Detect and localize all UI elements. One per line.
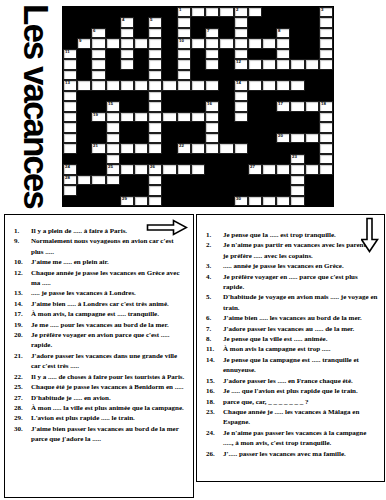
cell-r5c10[interactable] <box>205 59 219 69</box>
black-cell <box>191 175 205 185</box>
clue-text: Je n'aime pas partir en vacances avec le… <box>223 240 384 261</box>
black-cell <box>248 49 262 59</box>
cell-r15c0[interactable]: 24 <box>63 164 77 174</box>
clue-number-label: 21. <box>5 351 31 361</box>
clue-number-label: 3. <box>197 261 223 271</box>
clue-number-label: 23. <box>197 407 223 417</box>
cell-r9c3[interactable]: 15 <box>106 101 120 111</box>
cell-r15c16[interactable] <box>290 164 304 174</box>
right-arrow-icon <box>146 219 188 236</box>
black-cell <box>77 28 91 38</box>
cell-r6c0[interactable] <box>63 70 77 80</box>
cell-r13c2[interactable]: 21 <box>91 143 105 153</box>
clue-number-label: 14. <box>5 299 31 309</box>
down-clue-item: 24.Je n'aime pas passer les vacances à l… <box>197 428 384 449</box>
cell-r10c7[interactable] <box>162 112 176 122</box>
cell-r3c5[interactable] <box>134 38 148 48</box>
cell-r15c8[interactable] <box>177 164 191 174</box>
cell-r18c12[interactable]: 30 <box>234 196 248 206</box>
cell-r0c11[interactable] <box>219 7 233 17</box>
cell-r12c18[interactable] <box>319 133 333 143</box>
clue-number: 9 <box>79 39 81 43</box>
cell-r12c17[interactable] <box>305 133 319 143</box>
clue-number: 22 <box>179 144 184 148</box>
cell-r6c8[interactable] <box>177 70 191 80</box>
black-cell <box>219 196 233 206</box>
cell-r7c2[interactable] <box>91 80 105 90</box>
cell-r15c7[interactable] <box>162 164 176 174</box>
black-cell <box>305 196 319 206</box>
cell-r2c15[interactable]: 8 <box>276 28 290 38</box>
cell-r0c8[interactable]: 1 <box>177 7 191 17</box>
cell-r10c6[interactable] <box>148 112 162 122</box>
down-clues-panel: 1.Je pense que la ..... est trop tranqui… <box>196 214 385 482</box>
cell-r14c18[interactable] <box>319 154 333 164</box>
cell-r4c4[interactable] <box>120 49 134 59</box>
black-cell <box>77 70 91 80</box>
cell-r5c2[interactable] <box>91 59 105 69</box>
black-cell <box>120 70 134 80</box>
cell-r18c4[interactable]: 29 <box>120 196 134 206</box>
black-cell <box>162 70 176 80</box>
clue-number-label: 10. <box>5 257 31 267</box>
cell-r10c18[interactable] <box>319 112 333 122</box>
black-cell <box>234 154 248 164</box>
cell-r5c8[interactable] <box>177 59 191 69</box>
cell-r13c11[interactable] <box>219 143 233 153</box>
black-cell <box>63 38 77 48</box>
black-cell <box>290 112 304 122</box>
cell-r3c11[interactable] <box>219 38 233 48</box>
cell-r7c4[interactable] <box>120 80 134 90</box>
black-cell <box>205 91 219 101</box>
cell-r12c6[interactable] <box>148 133 162 143</box>
cell-r4c8[interactable] <box>177 49 191 59</box>
clue-text: Chaque année je ..... les vacances à Mál… <box>223 407 384 428</box>
black-cell <box>305 80 319 90</box>
clue-number: 24 <box>65 165 70 169</box>
across-clue-item: 17.À mon avis, la campagne est ..... tra… <box>5 309 193 319</box>
cell-r4c15[interactable] <box>276 49 290 59</box>
clue-text: À mon avis la campagne est trop ..... <box>223 344 384 354</box>
cell-r9c16[interactable] <box>290 101 304 111</box>
across-clue-item: 13...... je passe les vacances à Londres… <box>5 288 193 298</box>
cell-r17c6[interactable] <box>148 185 162 195</box>
black-cell <box>219 112 233 122</box>
cell-r15c9[interactable] <box>191 164 205 174</box>
cell-r18c5[interactable] <box>134 196 148 206</box>
cell-r3c2[interactable] <box>91 38 105 48</box>
clue-number-label: 15. <box>197 376 223 386</box>
black-cell <box>120 7 134 17</box>
cell-r13c10[interactable] <box>205 143 219 153</box>
cell-r10c10[interactable] <box>205 112 219 122</box>
cell-r9c17[interactable] <box>305 101 319 111</box>
black-cell <box>319 91 333 101</box>
down-clue-item: 6.J'aime bien ..... les vacances au bord… <box>197 313 384 323</box>
black-cell <box>205 196 219 206</box>
cell-r12c10[interactable] <box>205 133 219 143</box>
down-clue-item: 15.J'adore passer les ..... en France ch… <box>197 376 384 386</box>
black-cell <box>205 175 219 185</box>
cell-r5c12[interactable]: 12 <box>234 59 248 69</box>
black-cell <box>120 154 134 164</box>
cell-r9c12[interactable] <box>234 101 248 111</box>
cell-r3c4[interactable] <box>120 38 134 48</box>
cell-r15c15[interactable] <box>276 164 290 174</box>
cell-r3c1[interactable]: 9 <box>77 38 91 48</box>
cell-r9c18[interactable]: 18 <box>319 101 333 111</box>
down-clue-item: 3...... année je passe les vacances en G… <box>197 261 384 271</box>
cell-r16c16[interactable] <box>290 175 304 185</box>
clue-number-label: 5. <box>197 292 223 302</box>
black-cell <box>305 28 319 38</box>
clue-number: 1 <box>179 8 181 12</box>
black-cell <box>120 101 134 111</box>
cell-r13c5[interactable] <box>134 143 148 153</box>
cell-r16c3[interactable] <box>106 175 120 185</box>
clue-number: 28 <box>65 176 70 180</box>
black-cell <box>134 91 148 101</box>
black-cell <box>120 91 134 101</box>
across-clue-item: 9.Normalement nous voyageons en avion ca… <box>5 236 193 257</box>
clue-number: 29 <box>122 197 127 201</box>
cell-r0c10[interactable] <box>205 7 219 17</box>
black-cell <box>134 122 148 132</box>
black-cell <box>305 38 319 48</box>
black-cell <box>77 7 91 17</box>
cell-r11c10[interactable] <box>205 122 219 132</box>
black-cell <box>262 112 276 122</box>
cell-r7c3[interactable] <box>106 80 120 90</box>
black-cell <box>106 7 120 17</box>
clue-text: J'aime bien passer les vacances au bord … <box>31 424 193 445</box>
cell-r17c16[interactable] <box>290 185 304 195</box>
black-cell <box>234 70 248 80</box>
black-cell <box>77 101 91 111</box>
cell-r18c16[interactable] <box>290 196 304 206</box>
clue-text: Je pense que la ville est ..... animée. <box>223 334 384 344</box>
cell-r7c6[interactable] <box>148 80 162 90</box>
cell-r7c10[interactable] <box>205 80 219 90</box>
down-clue-item: 7.J'adore passer les vacances au ..... d… <box>197 324 384 334</box>
black-cell <box>219 59 233 69</box>
cell-r7c9[interactable] <box>191 80 205 90</box>
black-cell <box>262 91 276 101</box>
black-cell <box>234 164 248 174</box>
cell-r10c4[interactable] <box>120 112 134 122</box>
black-cell <box>290 122 304 132</box>
cell-r9c0[interactable] <box>63 101 77 111</box>
cell-r13c8[interactable]: 22 <box>177 143 191 153</box>
cell-r12c16[interactable] <box>290 133 304 143</box>
cell-r2c6[interactable] <box>148 28 162 38</box>
cell-r15c18[interactable] <box>319 164 333 174</box>
black-cell <box>234 122 248 132</box>
clue-number: 2 <box>236 8 238 12</box>
cell-r10c12[interactable] <box>234 112 248 122</box>
black-cell <box>77 154 91 164</box>
cell-r8c0[interactable] <box>63 91 77 101</box>
cell-r7c1[interactable] <box>77 80 91 90</box>
cell-r1c8[interactable] <box>177 17 191 27</box>
cell-r7c13[interactable] <box>248 80 262 90</box>
clue-number-label: 20. <box>5 330 31 340</box>
cell-r16c2[interactable] <box>91 175 105 185</box>
black-cell <box>219 70 233 80</box>
cell-r3c6[interactable] <box>148 38 162 48</box>
black-cell <box>305 154 319 164</box>
black-cell <box>177 122 191 132</box>
black-cell <box>177 91 191 101</box>
black-cell <box>91 133 105 143</box>
black-cell <box>162 101 176 111</box>
cell-r14c3[interactable] <box>106 154 120 164</box>
cell-r2c12[interactable] <box>234 28 248 38</box>
cell-r2c10[interactable]: 7 <box>205 28 219 38</box>
black-cell <box>205 17 219 27</box>
black-cell <box>262 28 276 38</box>
black-cell <box>290 38 304 48</box>
cell-r11c3[interactable] <box>106 122 120 132</box>
cell-r2c8[interactable] <box>177 28 191 38</box>
across-clue-item: 30.J'aime bien passer les vacances au bo… <box>5 424 193 445</box>
cell-r1c18[interactable] <box>319 17 333 27</box>
cell-r2c2[interactable]: 6 <box>91 28 105 38</box>
black-cell <box>91 7 105 17</box>
black-cell <box>106 17 120 27</box>
across-clue-item: 21.J'adore passer les vacances dans une … <box>5 351 193 372</box>
cell-r7c8[interactable] <box>177 80 191 90</box>
cell-r2c4[interactable] <box>120 28 134 38</box>
cell-r0c13[interactable] <box>248 7 262 17</box>
cell-r4c2[interactable] <box>91 49 105 59</box>
cell-r0c12[interactable]: 2 <box>234 7 248 17</box>
across-clues-panel: 1.Il y a plein de ..... à faire à Paris.… <box>4 214 194 498</box>
black-cell <box>262 7 276 17</box>
cell-r6c2[interactable] <box>91 70 105 80</box>
cell-r7c15[interactable] <box>276 80 290 90</box>
black-cell <box>262 70 276 80</box>
cell-r15c17[interactable] <box>305 164 319 174</box>
clue-number: 12 <box>236 60 241 64</box>
clue-number: 13 <box>65 81 70 85</box>
cell-r3c9[interactable] <box>191 38 205 48</box>
down-clue-item: 16.Je ..... que l'avion est plus rapide … <box>197 386 384 396</box>
cell-r10c5[interactable] <box>134 112 148 122</box>
clue-number: 26 <box>150 165 155 169</box>
black-cell <box>134 59 148 69</box>
cell-r4c10[interactable] <box>205 49 219 59</box>
cell-r10c8[interactable] <box>177 112 191 122</box>
cell-r8c6[interactable] <box>148 91 162 101</box>
clue-number-label: 26. <box>197 449 223 459</box>
black-cell <box>134 185 148 195</box>
cell-r9c6[interactable] <box>148 101 162 111</box>
cell-r13c6[interactable] <box>148 143 162 153</box>
cell-r5c6[interactable] <box>148 59 162 69</box>
black-cell <box>134 28 148 38</box>
clue-text: Je pense que la ..... est trop tranquill… <box>223 230 384 240</box>
black-cell <box>319 185 333 195</box>
clue-number-label: 1. <box>197 230 223 240</box>
cell-r7c12[interactable]: 14 <box>234 80 248 90</box>
black-cell <box>248 133 262 143</box>
down-clue-item: 26.J'..... passer les vacances avec ma f… <box>197 449 384 459</box>
black-cell <box>234 133 248 143</box>
black-cell <box>134 17 148 27</box>
cell-r3c8[interactable]: 10 <box>177 38 191 48</box>
cell-r15c4[interactable] <box>120 164 134 174</box>
cell-r12c15[interactable]: 20 <box>276 133 290 143</box>
cell-r7c7[interactable] <box>162 80 176 90</box>
cell-r13c3[interactable] <box>106 143 120 153</box>
black-cell <box>219 80 233 90</box>
cell-r4c12[interactable] <box>234 49 248 59</box>
cell-r13c9[interactable] <box>191 143 205 153</box>
cell-r1c12[interactable] <box>234 17 248 27</box>
cell-r5c15[interactable] <box>276 59 290 69</box>
cell-r5c0[interactable] <box>63 59 77 69</box>
black-cell <box>177 185 191 195</box>
black-cell <box>106 70 120 80</box>
cell-r3c18[interactable] <box>319 38 333 48</box>
cell-r10c0[interactable] <box>63 112 77 122</box>
black-cell <box>205 70 219 80</box>
black-cell <box>63 7 77 17</box>
clue-number-label: 25. <box>5 382 31 392</box>
cell-r13c18[interactable] <box>319 143 333 153</box>
black-cell <box>120 175 134 185</box>
cell-r5c13[interactable] <box>248 59 262 69</box>
clue-number-label: 14. <box>197 355 223 365</box>
clue-number: 18 <box>321 102 326 106</box>
cell-r9c15[interactable]: 17 <box>276 101 290 111</box>
cell-r7c14[interactable] <box>262 80 276 90</box>
black-cell <box>319 80 333 90</box>
black-cell <box>63 17 77 27</box>
cell-r5c17[interactable] <box>305 59 319 69</box>
cell-r5c16[interactable] <box>290 59 304 69</box>
black-cell <box>290 17 304 27</box>
cell-r3c3[interactable] <box>106 38 120 48</box>
clue-number-label: 18. <box>197 397 223 407</box>
black-cell <box>77 196 91 206</box>
black-cell <box>77 59 91 69</box>
cell-r3c15[interactable] <box>276 38 290 48</box>
cell-r13c4[interactable] <box>120 143 134 153</box>
cell-r2c18[interactable] <box>319 28 333 38</box>
black-cell <box>162 154 176 164</box>
black-cell <box>276 17 290 27</box>
cell-r3c10[interactable] <box>205 38 219 48</box>
black-cell <box>77 112 91 122</box>
cell-r0c18[interactable]: 3 <box>319 7 333 17</box>
cell-r12c0[interactable] <box>63 133 77 143</box>
clue-number-label: 9. <box>5 236 31 246</box>
cell-r15c13[interactable]: 27 <box>248 164 262 174</box>
cell-r4c18[interactable] <box>319 49 333 59</box>
cell-r10c3[interactable] <box>106 112 120 122</box>
black-cell <box>205 154 219 164</box>
cell-r5c4[interactable] <box>120 59 134 69</box>
cell-r13c12[interactable] <box>234 143 248 153</box>
cell-r9c10[interactable]: 16 <box>205 101 219 111</box>
cell-r1c4[interactable]: 4 <box>120 17 134 27</box>
clue-number: 23 <box>292 155 297 159</box>
cell-r7c5[interactable] <box>134 80 148 90</box>
cell-r15c6[interactable]: 26 <box>148 164 162 174</box>
black-cell <box>162 133 176 143</box>
cell-r12c3[interactable] <box>106 133 120 143</box>
cell-r18c13[interactable] <box>248 196 262 206</box>
clue-number-label: 6. <box>197 313 223 323</box>
clue-text: J'adore passer les vacances au ..... de … <box>223 324 384 334</box>
cell-r16c0[interactable]: 28 <box>63 175 77 185</box>
cell-r16c6[interactable] <box>148 175 162 185</box>
black-cell <box>91 91 105 101</box>
clue-number: 6 <box>93 29 95 33</box>
cell-r8c12[interactable] <box>234 91 248 101</box>
clue-number-label: 1. <box>5 226 31 236</box>
cell-r4c0[interactable]: 11 <box>63 49 77 59</box>
cell-r10c2[interactable]: 19 <box>91 112 105 122</box>
clue-number: 3 <box>321 8 323 12</box>
cell-r7c16[interactable] <box>290 80 304 90</box>
cell-r0c9[interactable] <box>191 7 205 17</box>
black-cell <box>77 91 91 101</box>
black-cell <box>134 175 148 185</box>
cell-r3c13[interactable] <box>248 38 262 48</box>
cell-r10c9[interactable] <box>191 112 205 122</box>
cell-r18c15[interactable] <box>276 196 290 206</box>
cell-r3c14[interactable] <box>262 38 276 48</box>
black-cell <box>134 70 148 80</box>
black-cell <box>219 185 233 195</box>
cell-r15c14[interactable] <box>262 164 276 174</box>
clue-text: parce que, car, _ _ _ _ _ _ _ ? <box>223 397 384 407</box>
black-cell <box>162 7 176 17</box>
cell-r18c6[interactable] <box>148 196 162 206</box>
clue-number: 21 <box>93 144 98 148</box>
black-cell <box>191 154 205 164</box>
cell-r15c3[interactable]: 25 <box>106 164 120 174</box>
cell-r5c14[interactable] <box>262 59 276 69</box>
cell-r18c14[interactable] <box>262 196 276 206</box>
cell-r15c5[interactable] <box>134 164 148 174</box>
black-cell <box>248 28 262 38</box>
cell-r4c6[interactable] <box>148 49 162 59</box>
cell-r7c0[interactable]: 13 <box>63 80 77 90</box>
cell-r5c18[interactable] <box>319 59 333 69</box>
cell-r13c0[interactable] <box>63 143 77 153</box>
cell-r17c0[interactable] <box>63 185 77 195</box>
black-cell <box>305 49 319 59</box>
cell-r11c0[interactable] <box>63 122 77 132</box>
clue-number-label: 11. <box>197 344 223 354</box>
black-cell <box>248 101 262 111</box>
black-cell <box>205 185 219 195</box>
cell-r14c16[interactable]: 23 <box>290 154 304 164</box>
cell-r1c6[interactable]: 5 <box>148 17 162 27</box>
cell-r6c6[interactable] <box>148 70 162 80</box>
cell-r3c12[interactable] <box>234 38 248 48</box>
cell-r16c1[interactable] <box>77 175 91 185</box>
clue-number: 20 <box>278 134 283 138</box>
cell-r11c18[interactable] <box>319 122 333 132</box>
cell-r11c6[interactable] <box>148 122 162 132</box>
clue-number-label: 29. <box>5 413 31 423</box>
